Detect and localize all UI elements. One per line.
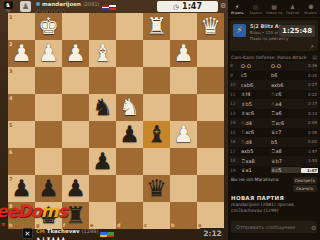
tab-Партии[interactable]: ♟Партии <box>283 0 301 17</box>
square-g2: ♟ <box>35 40 62 67</box>
black-pawn-d5: ♟ <box>116 121 143 148</box>
move-row: 8O-OO-O2:36 <box>230 61 318 71</box>
move-clock: 2:22 <box>301 92 318 97</box>
white-rook-c1: ♜ <box>143 13 170 40</box>
move-row: 19♕a1♗c51:47 <box>230 166 318 176</box>
move-clock: 2:36 <box>301 63 318 68</box>
square-b8: b <box>170 202 197 229</box>
move-clock: 2:27 <box>301 82 318 87</box>
white-pawn-g2: ♟ <box>35 40 62 67</box>
black-pawn-g7: ♟ <box>35 175 62 202</box>
square-c1: ♜ <box>143 13 170 40</box>
flag-nl <box>102 5 109 10</box>
square-c7: ♛ <box>143 175 170 202</box>
chat-settings-gear-icon[interactable]: ⚙ <box>311 224 316 231</box>
download-button[interactable]: Скачать <box>293 185 317 192</box>
nav-tabs: ⚡Играть◎Задачи▦Новая па…♟Партии⚉Игроки <box>228 0 320 18</box>
bottom-player-avatar[interactable]: ✕ <box>22 228 33 239</box>
black-move[interactable]: ♖xc6 <box>271 120 301 126</box>
square-d3 <box>116 67 143 94</box>
tab-Новая па…[interactable]: ▦Новая па… <box>265 0 283 17</box>
flag-ru <box>109 5 116 10</box>
watch-button[interactable]: Смотреть <box>293 177 317 184</box>
move-row: 13♗xc6♖a62:13 <box>230 109 318 119</box>
rank-label: 1 <box>9 14 12 20</box>
square-e2: ♝ <box>89 40 116 67</box>
move-row: 12♗b5♘e42:17 <box>230 99 318 109</box>
white-pawn-b5: ♟ <box>170 121 197 148</box>
square-b6 <box>170 148 197 175</box>
square-g5 <box>35 121 62 148</box>
square-a2 <box>197 40 224 67</box>
white-clock: ◷ 1:47 <box>157 1 218 12</box>
black-pawn-e6: ♟ <box>89 148 116 175</box>
square-a1: ♛ <box>197 13 224 40</box>
black-bishop-c5: ♝ <box>143 121 170 148</box>
black-pawn-f7: ♟ <box>62 175 89 202</box>
board-settings-gear-icon[interactable]: ⚙ <box>220 2 226 10</box>
rank-label: 5 <box>9 122 12 128</box>
bottom-player-title: CM <box>36 228 45 234</box>
square-c4 <box>143 94 170 121</box>
square-f2: ♟ <box>62 40 89 67</box>
square-g3 <box>35 67 62 94</box>
white-knight-d4: ♞ <box>116 94 143 121</box>
top-player-rating: (2081) <box>83 1 100 7</box>
move-clock: 1:53 <box>301 158 318 163</box>
move-row: 15♘xc6♕c72:05 <box>230 128 318 138</box>
site-logo[interactable]: ♞ TV <box>2 1 14 13</box>
board-icon: ▤ <box>312 54 317 60</box>
black-move[interactable]: b5 <box>271 139 301 145</box>
white-king-g1: ♚ <box>35 13 62 40</box>
white-pawn-h2: ♟ <box>8 40 35 67</box>
square-f1 <box>62 13 89 40</box>
flag-ua <box>100 232 107 237</box>
black-move[interactable]: ♕c7 <box>271 129 301 135</box>
square-h7: 7♟ <box>8 175 35 202</box>
tab-icon: ◎ <box>253 3 258 10</box>
online-indicator <box>36 2 40 6</box>
sidebar: ⚡Играть◎Задачи▦Новая па…♟Партии⚉Игроки ⚡… <box>228 0 320 240</box>
square-d8: d <box>116 202 143 229</box>
white-pawn-f2: ♟ <box>62 40 89 67</box>
move-clock: 1:57 <box>301 149 318 154</box>
move-clock: 2:13 <box>301 111 318 116</box>
opening-name: Caro-Kann Defense: Panov Attack <box>231 55 307 60</box>
move-row: 14♘d4♖xc62:09 <box>230 118 318 128</box>
black-move[interactable]: ♕b7 <box>271 158 301 164</box>
black-clock: 2:12 <box>199 228 226 238</box>
tournament-timer: 1:25:48 <box>279 25 315 37</box>
black-move[interactable]: axb6 <box>271 82 301 88</box>
new-game-players-1: mandarijoen (2081) против <box>231 202 317 207</box>
move-row: 17axb5♖a81:57 <box>230 147 318 157</box>
square-f5 <box>62 121 89 148</box>
tab-icon: ▦ <box>271 3 277 10</box>
white-move[interactable]: ♖xa8 <box>241 158 271 164</box>
chess-board: 1♚♜♛2♟♟♟♝♟34♞♞5♟♝♟6♟7♟♟♟♛8hg♚f♜edcba <box>8 13 224 229</box>
square-d7 <box>116 175 143 202</box>
square-d1 <box>116 13 143 40</box>
bottom-player-bar: ✕ CM Tkachevav (1299) ♞♝♜♟♟♟ <box>0 227 228 240</box>
tab-icon: ⚉ <box>308 3 313 10</box>
top-player-avatar[interactable]: ♟ <box>20 1 31 12</box>
rank-label: 3 <box>9 68 12 74</box>
white-move[interactable]: ♘d4 <box>241 139 271 145</box>
square-a8: a <box>197 202 224 229</box>
white-queen-a1: ♛ <box>197 13 224 40</box>
new-game-announcement: НОВАЯ ПАРТИЯ mandarijoen (2081) против c… <box>228 194 320 214</box>
square-e3 <box>89 67 116 94</box>
white-clock-time: 1:47 <box>182 2 202 11</box>
black-pawn-h7: ♟ <box>8 175 35 202</box>
move-clock: 2:05 <box>301 130 318 135</box>
square-d6 <box>116 148 143 175</box>
black-move[interactable]: ♖a6 <box>271 110 301 116</box>
move-row: 16♘d4b52:01 <box>230 137 318 147</box>
white-move[interactable]: c5 <box>241 72 271 78</box>
square-a3 <box>197 67 224 94</box>
square-h3: 3 <box>8 67 35 94</box>
white-pawn-b2: ♟ <box>170 40 197 67</box>
clock-icon: ◷ <box>173 3 179 11</box>
share-icon[interactable]: ↗ <box>309 43 314 50</box>
white-move[interactable]: ♗f4 <box>241 91 271 97</box>
notice-text: Вы не olo Maratovna <box>231 177 278 182</box>
move-row: 11♗f4♘c62:22 <box>230 90 318 100</box>
square-g6 <box>35 148 62 175</box>
white-bishop-e2: ♝ <box>89 40 116 67</box>
white-move[interactable]: O-O <box>241 63 271 69</box>
captured-piece: ♟ <box>61 236 66 240</box>
black-move[interactable]: ♖a8 <box>271 148 301 154</box>
knight-logo-icon: ♞ <box>4 1 13 9</box>
square-h2: 2♟ <box>8 40 35 67</box>
square-g7: ♟ <box>35 175 62 202</box>
move-row: 9c5b62:31 <box>230 71 318 81</box>
black-knight-e4: ♞ <box>89 94 116 121</box>
black-move[interactable]: ♗c5 <box>271 167 301 173</box>
square-a4 <box>197 94 224 121</box>
square-e5 <box>89 121 116 148</box>
square-g4 <box>35 94 62 121</box>
square-f6 <box>62 148 89 175</box>
square-b7 <box>170 175 197 202</box>
square-d2 <box>116 40 143 67</box>
square-b1 <box>170 13 197 40</box>
square-b4 <box>170 94 197 121</box>
bottom-player-flags <box>100 222 114 240</box>
square-c3 <box>143 67 170 94</box>
black-move[interactable]: b6 <box>271 72 301 78</box>
move-row: 18♖xa8♕b71:53 <box>230 156 318 166</box>
square-a6 <box>197 148 224 175</box>
square-c2 <box>143 40 170 67</box>
white-move[interactable]: ♗xc6 <box>241 110 271 116</box>
white-move[interactable]: ♘d4 <box>241 120 271 126</box>
black-move[interactable]: ♘e4 <box>271 101 301 107</box>
flag-gr <box>107 232 114 237</box>
notice-row: Вы не olo Maratovna Смотреть Скачать <box>228 175 320 194</box>
white-move[interactable]: axb5 <box>241 148 271 154</box>
white-move[interactable]: ♘xc6 <box>241 129 271 135</box>
white-move[interactable]: ♕a1 <box>241 167 271 173</box>
lightning-icon: ⚡ <box>233 24 246 37</box>
square-d4: ♞ <box>116 94 143 121</box>
square-b5: ♟ <box>170 121 197 148</box>
bottom-player-name[interactable]: Tkachevav <box>47 228 80 234</box>
square-b3 <box>170 67 197 94</box>
rank-label: 6 <box>9 149 12 155</box>
top-player-bar: ♞ TV ♟ mandarijoen (2081) ♞♝♜♟♟♟ ◷ 1:47 … <box>0 0 228 13</box>
square-f7: ♟ <box>62 175 89 202</box>
square-a5 <box>197 121 224 148</box>
video-watermark: eeDoms ≡≡ <box>0 203 67 227</box>
top-player-flags <box>102 0 116 14</box>
move-clock: 2:31 <box>301 73 318 78</box>
bottom-player-rating: (1299) <box>82 228 99 234</box>
black-move[interactable]: ♘c6 <box>271 91 301 97</box>
square-h4: 4 <box>8 94 35 121</box>
square-h5: 5 <box>8 121 35 148</box>
tab-Задачи[interactable]: ◎Задачи <box>246 0 264 17</box>
square-h1: 1 <box>8 13 35 40</box>
move-clock: 2:09 <box>301 120 318 125</box>
black-move[interactable]: O-O <box>271 63 301 69</box>
move-clock: 2:17 <box>301 101 318 106</box>
new-game-title: НОВАЯ ПАРТИЯ <box>231 195 317 201</box>
new-game-players-2: cmTkachevav (1299) <box>231 208 317 213</box>
white-move[interactable]: cxb6 <box>241 82 271 88</box>
square-b2: ♟ <box>170 40 197 67</box>
tournament-card[interactable]: ⚡ 5|2 Blitz Arena Блиц • 120 игроков Пар… <box>230 20 318 51</box>
square-g1: ♚ <box>35 13 62 40</box>
white-move[interactable]: ♗b5 <box>241 101 271 107</box>
tab-Игроки[interactable]: ⚉Игроки <box>302 0 320 17</box>
square-c5: ♝ <box>143 121 170 148</box>
tab-Играть[interactable]: ⚡Играть <box>228 0 246 17</box>
tab-icon: ♟ <box>290 3 295 10</box>
square-c8: c <box>143 202 170 229</box>
rank-label: 4 <box>9 95 12 101</box>
square-h6: 6 <box>8 148 35 175</box>
move-clock: 2:01 <box>301 139 318 144</box>
square-f3 <box>62 67 89 94</box>
move-clock: 1:47 <box>301 168 318 173</box>
square-e1 <box>89 13 116 40</box>
square-c6 <box>143 148 170 175</box>
move-list: 8O-OO-O2:369c5b62:3110cxb6axb62:2711♗f4♘… <box>228 61 320 175</box>
top-player-name[interactable]: mandarijoen <box>42 1 81 7</box>
black-queen-c7: ♛ <box>143 175 170 202</box>
square-e7 <box>89 175 116 202</box>
square-a7 <box>197 175 224 202</box>
tab-icon: ⚡ <box>235 3 239 10</box>
chat-input-row: ⚙ <box>231 221 317 233</box>
square-d5: ♟ <box>116 121 143 148</box>
square-e6: ♟ <box>89 148 116 175</box>
square-f4 <box>62 94 89 121</box>
move-row: 10cxb6axb62:27 <box>230 80 318 90</box>
opening-row: Caro-Kann Defense: Panov Attack ▤ <box>228 53 320 61</box>
square-e4: ♞ <box>89 94 116 121</box>
chat-input[interactable] <box>234 223 309 231</box>
